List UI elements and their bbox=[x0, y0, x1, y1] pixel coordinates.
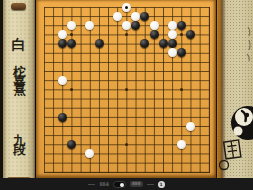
white-stone-last-move bbox=[122, 3, 131, 12]
black-stone bbox=[95, 39, 104, 48]
bottom-control-bar: 884 888 1 bbox=[0, 178, 253, 190]
divider-dash bbox=[147, 184, 154, 185]
white-stone bbox=[58, 76, 67, 85]
go-board[interactable] bbox=[36, 0, 216, 178]
star-point bbox=[125, 88, 128, 91]
black-stone bbox=[159, 39, 168, 48]
white-stone bbox=[113, 12, 122, 21]
player-rank: 九段 bbox=[11, 124, 28, 142]
player-scroll-panel: 白 柁嘉熹 九段 bbox=[3, 0, 35, 185]
decor-scroll-panel bbox=[217, 0, 253, 185]
toggle-knob bbox=[120, 183, 124, 187]
white-stone bbox=[186, 122, 195, 131]
star-point bbox=[180, 88, 183, 91]
white-stone bbox=[122, 21, 131, 30]
paper-texture bbox=[3, 0, 35, 183]
calligraphy-marks bbox=[243, 24, 253, 64]
divider-dash bbox=[88, 184, 95, 185]
ink-brush-go-logo bbox=[217, 79, 253, 179]
white-stone bbox=[58, 30, 67, 39]
star-point bbox=[180, 33, 183, 36]
white-stone bbox=[177, 140, 186, 149]
white-stone bbox=[67, 21, 76, 30]
black-stone bbox=[168, 39, 177, 48]
black-stone bbox=[58, 113, 67, 122]
count-badge[interactable]: 1 bbox=[158, 181, 165, 188]
move-counter: 884 bbox=[99, 182, 109, 187]
black-stone bbox=[58, 39, 67, 48]
white-stone bbox=[168, 21, 177, 30]
black-stone bbox=[150, 30, 159, 39]
black-stone bbox=[140, 12, 149, 21]
black-stone bbox=[131, 21, 140, 30]
white-stone bbox=[131, 12, 140, 21]
star-point bbox=[70, 33, 73, 36]
player-name: 柁嘉熹 bbox=[11, 55, 28, 82]
star-point bbox=[125, 33, 128, 36]
info-chip[interactable]: 888 bbox=[130, 181, 143, 188]
black-stone bbox=[67, 140, 76, 149]
toggle-switch[interactable] bbox=[113, 181, 126, 188]
white-stone bbox=[150, 21, 159, 30]
scroll-roller-top bbox=[11, 3, 26, 10]
white-stone bbox=[168, 30, 177, 39]
broadcast-screen: 白 柁嘉熹 九段 884 bbox=[0, 0, 253, 190]
black-stone bbox=[177, 21, 186, 30]
star-point bbox=[125, 143, 128, 146]
star-point bbox=[70, 88, 73, 91]
